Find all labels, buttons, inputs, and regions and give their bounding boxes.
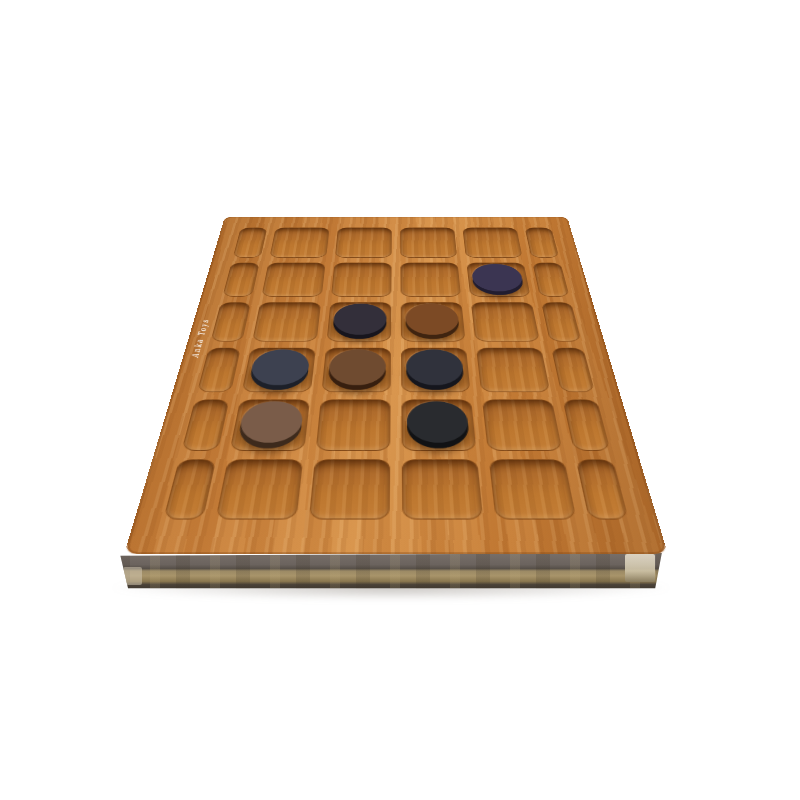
- cell-r5c3[interactable]: [316, 399, 391, 451]
- cell-r1c6[interactable]: [524, 227, 559, 257]
- cell-r1c1[interactable]: [233, 227, 268, 257]
- disc-dark[interactable]: ●: [328, 297, 390, 334]
- disc-light[interactable]: ●: [402, 297, 464, 334]
- cell-r5c5[interactable]: [482, 399, 562, 451]
- cell-r4c4[interactable]: ●: [401, 347, 470, 392]
- disc-light[interactable]: ●: [324, 342, 391, 385]
- cell-r4c6[interactable]: [551, 347, 595, 392]
- cell-r3c6[interactable]: [541, 302, 582, 341]
- cell-r6c4[interactable]: [402, 459, 483, 519]
- disc-dark[interactable]: ●: [467, 258, 529, 291]
- cell-r4c3[interactable]: ●: [322, 347, 391, 392]
- disc-dark[interactable]: ●: [402, 393, 474, 442]
- cell-r3c1[interactable]: [211, 302, 252, 341]
- cell-r1c2[interactable]: [270, 227, 330, 257]
- cell-r1c3[interactable]: [335, 227, 392, 257]
- cell-r2c1[interactable]: [222, 263, 260, 297]
- cell-r5c6[interactable]: [562, 399, 611, 451]
- cell-r5c2[interactable]: ●: [230, 399, 310, 451]
- cell-r4c5[interactable]: [476, 347, 550, 392]
- cell-r3c3[interactable]: ●: [327, 302, 392, 341]
- product-photo: Anka Toys ●●●●●●●●: [0, 0, 800, 800]
- cell-r6c2[interactable]: [216, 459, 304, 519]
- cell-r4c1[interactable]: [197, 347, 241, 392]
- cell-r6c3[interactable]: [309, 459, 390, 519]
- board-front-edge: [116, 551, 664, 591]
- cell-r6c5[interactable]: [489, 459, 577, 519]
- cell-r1c4[interactable]: [400, 227, 457, 257]
- cell-r3c4[interactable]: ●: [401, 302, 466, 341]
- cell-r5c1[interactable]: [181, 399, 230, 451]
- cell-r5c4[interactable]: ●: [401, 399, 476, 451]
- cell-r4c2[interactable]: ●: [242, 347, 316, 392]
- cell-r2c2[interactable]: [262, 263, 326, 297]
- disc-light[interactable]: ●: [233, 393, 310, 442]
- disc-dark[interactable]: ●: [402, 342, 469, 385]
- cell-r6c6[interactable]: [575, 459, 629, 519]
- cell-r2c5[interactable]: ●: [466, 263, 530, 297]
- cell-r6c1[interactable]: [163, 459, 217, 519]
- cell-r2c6[interactable]: [532, 263, 570, 297]
- othello-board: Anka Toys ●●●●●●●●: [124, 217, 668, 555]
- cell-r3c2[interactable]: [253, 302, 322, 341]
- board-grid: ●●●●●●●●: [163, 227, 629, 519]
- disc-dark[interactable]: ●: [245, 342, 316, 385]
- cell-r3c5[interactable]: [471, 302, 540, 341]
